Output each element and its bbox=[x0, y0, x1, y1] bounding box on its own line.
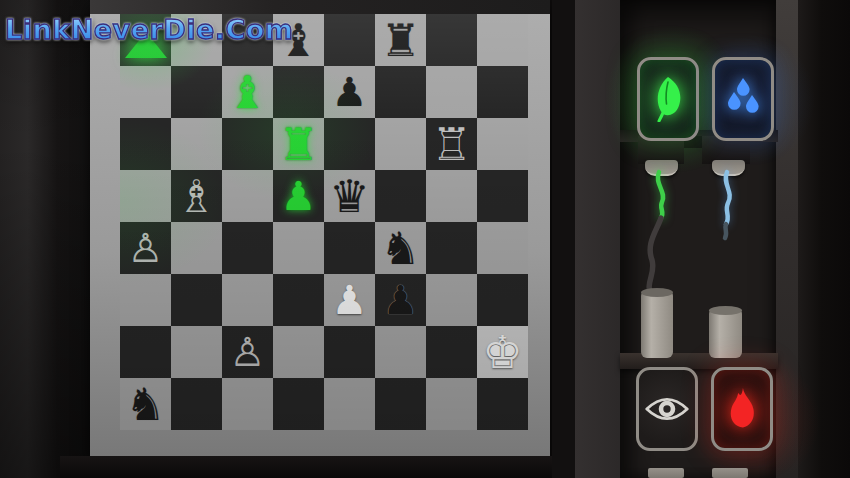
square-f7[interactable] bbox=[375, 66, 426, 118]
square-g8[interactable] bbox=[426, 14, 477, 66]
square-a3[interactable] bbox=[120, 274, 171, 326]
square-d5[interactable]: ♟ bbox=[273, 170, 324, 222]
square-g7[interactable] bbox=[426, 66, 477, 118]
right-cylinder[interactable] bbox=[709, 310, 742, 358]
square-e7[interactable]: ♟ bbox=[324, 66, 375, 118]
water-button[interactable] bbox=[712, 57, 774, 141]
square-e1[interactable] bbox=[324, 378, 375, 430]
square-e2[interactable] bbox=[324, 326, 375, 378]
square-b3[interactable] bbox=[171, 274, 222, 326]
square-a1[interactable]: ♞ bbox=[120, 378, 171, 430]
piece-black-knight: ♞ bbox=[125, 382, 165, 427]
left-wall bbox=[0, 0, 92, 478]
square-f2[interactable] bbox=[375, 326, 426, 378]
square-d7[interactable] bbox=[273, 66, 324, 118]
square-c5[interactable] bbox=[222, 170, 273, 222]
square-f5[interactable] bbox=[375, 170, 426, 222]
piece-green-bishop: ♝ bbox=[227, 70, 267, 115]
watermark-text: LinkNeverDie.Com bbox=[5, 14, 294, 45]
right-outer-wall bbox=[798, 0, 850, 478]
square-e6[interactable] bbox=[324, 118, 375, 170]
square-a6[interactable] bbox=[120, 118, 171, 170]
game-screen: ♝♜♝♟♜♖♗♟♛♙♞♟♟♙♚♞ LinkNeverDie.Com bbox=[0, 0, 850, 478]
square-c7[interactable]: ♝ bbox=[222, 66, 273, 118]
floor-shadow bbox=[60, 456, 560, 478]
square-b4[interactable] bbox=[171, 222, 222, 274]
square-h3[interactable] bbox=[477, 274, 528, 326]
square-b1[interactable] bbox=[171, 378, 222, 430]
square-f3[interactable]: ♟ bbox=[375, 274, 426, 326]
square-h5[interactable] bbox=[477, 170, 528, 222]
square-c4[interactable] bbox=[222, 222, 273, 274]
square-b6[interactable] bbox=[171, 118, 222, 170]
piece-black-queen: ♛ bbox=[329, 174, 369, 219]
left-cylinder[interactable] bbox=[641, 292, 673, 358]
square-e8[interactable] bbox=[324, 14, 375, 66]
square-h2[interactable]: ♚ bbox=[477, 326, 528, 378]
square-h4[interactable] bbox=[477, 222, 528, 274]
square-d6[interactable]: ♜ bbox=[273, 118, 324, 170]
square-g3[interactable] bbox=[426, 274, 477, 326]
square-c1[interactable] bbox=[222, 378, 273, 430]
piece-black-rook: ♜ bbox=[380, 18, 420, 63]
eye-icon bbox=[644, 394, 690, 424]
square-h7[interactable] bbox=[477, 66, 528, 118]
piece-white-pawn: ♙ bbox=[128, 228, 164, 268]
square-e5[interactable]: ♛ bbox=[324, 170, 375, 222]
chessboard-frame: ♝♜♝♟♜♖♗♟♛♙♞♟♟♙♚♞ bbox=[90, 0, 550, 457]
piece-black-pawn: ♟ bbox=[383, 280, 419, 320]
square-g6[interactable]: ♖ bbox=[426, 118, 477, 170]
square-a2[interactable] bbox=[120, 326, 171, 378]
square-a7[interactable] bbox=[120, 66, 171, 118]
fire-button[interactable] bbox=[711, 367, 773, 451]
square-b7[interactable] bbox=[171, 66, 222, 118]
chessboard-frame-top bbox=[90, 0, 550, 14]
square-g2[interactable] bbox=[426, 326, 477, 378]
piece-green-pawn: ♟ bbox=[281, 176, 317, 216]
square-c2[interactable]: ♙ bbox=[222, 326, 273, 378]
square-d4[interactable] bbox=[273, 222, 324, 274]
square-d1[interactable] bbox=[273, 378, 324, 430]
piece-white-bishop: ♗ bbox=[176, 174, 216, 219]
piece-white-pawn: ♟ bbox=[332, 280, 368, 320]
bottom-stub bbox=[648, 468, 684, 478]
nature-socket[interactable] bbox=[645, 160, 678, 176]
piece-green-rook: ♜ bbox=[278, 122, 318, 167]
square-h6[interactable] bbox=[477, 118, 528, 170]
square-e3[interactable]: ♟ bbox=[324, 274, 375, 326]
piece-white-rook: ♖ bbox=[431, 122, 471, 167]
square-b5[interactable]: ♗ bbox=[171, 170, 222, 222]
square-e4[interactable] bbox=[324, 222, 375, 274]
niche-right-wall bbox=[776, 0, 798, 478]
square-f8[interactable]: ♜ bbox=[375, 14, 426, 66]
nature-button[interactable] bbox=[637, 57, 699, 141]
square-f6[interactable] bbox=[375, 118, 426, 170]
chess-board: ♝♜♝♟♜♖♗♟♛♙♞♟♟♙♚♞ bbox=[120, 14, 528, 430]
piece-black-knight: ♞ bbox=[380, 226, 420, 271]
square-g5[interactable] bbox=[426, 170, 477, 222]
square-d3[interactable] bbox=[273, 274, 324, 326]
piece-black-pawn: ♟ bbox=[332, 72, 368, 112]
square-g4[interactable] bbox=[426, 222, 477, 274]
square-d2[interactable] bbox=[273, 326, 324, 378]
square-b2[interactable] bbox=[171, 326, 222, 378]
square-g1[interactable] bbox=[426, 378, 477, 430]
vision-button[interactable] bbox=[636, 367, 698, 451]
square-f1[interactable] bbox=[375, 378, 426, 430]
piece-white-pawn: ♙ bbox=[230, 332, 266, 372]
square-c3[interactable] bbox=[222, 274, 273, 326]
water-socket[interactable] bbox=[712, 160, 745, 176]
square-a4[interactable]: ♙ bbox=[120, 222, 171, 274]
square-f4[interactable]: ♞ bbox=[375, 222, 426, 274]
flame-icon bbox=[723, 386, 761, 432]
square-a5[interactable] bbox=[120, 170, 171, 222]
square-c6[interactable] bbox=[222, 118, 273, 170]
leaf-icon bbox=[650, 76, 686, 122]
square-h1[interactable] bbox=[477, 378, 528, 430]
piece-white-king: ♚ bbox=[482, 330, 522, 375]
square-h8[interactable] bbox=[477, 14, 528, 66]
water-drops-icon bbox=[723, 76, 763, 122]
bottom-stub bbox=[712, 468, 748, 478]
